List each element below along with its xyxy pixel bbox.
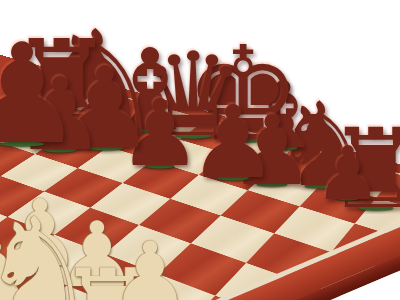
white-knight-b1: ♞ [0,201,95,300]
red-pawn-e7: ♟ [188,93,278,193]
red-pawn-a7: ♟ [0,26,84,164]
red-pawn-g7: ♟ [315,136,381,210]
white-pawn-c2: ♟ [110,230,191,300]
chess-set-photo: ♜♞♝♚♛♝♞♜♟♟♟♟♟♟♟♟♟♜♟♟♞ [0,0,400,300]
pieces-layer: ♜♞♝♚♛♝♞♜♟♟♟♟♟♟♟♟♟♜♟♟♞ [0,0,400,300]
